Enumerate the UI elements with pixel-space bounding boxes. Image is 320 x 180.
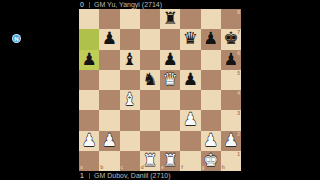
square-g2[interactable]: ♟: [201, 131, 221, 151]
square-g3[interactable]: [201, 110, 221, 130]
square-b4[interactable]: [99, 90, 119, 110]
square-g5[interactable]: [201, 70, 221, 90]
square-f6[interactable]: [180, 50, 200, 70]
square-h7[interactable]: 7♚: [221, 29, 241, 49]
square-e1[interactable]: e♜: [160, 151, 180, 171]
piece-white-pawn-a2[interactable]: ♟: [82, 132, 97, 149]
piece-black-king-h7[interactable]: ♚: [223, 30, 238, 47]
coord-file-f: f: [181, 165, 183, 170]
square-e5[interactable]: ♛: [160, 70, 180, 90]
square-e6[interactable]: ♟: [160, 50, 180, 70]
square-h6[interactable]: 6♟: [221, 50, 241, 70]
square-c5[interactable]: [120, 70, 140, 90]
square-c1[interactable]: c: [120, 151, 140, 171]
piece-white-rook-d1[interactable]: ♜: [142, 152, 157, 169]
square-f2[interactable]: [180, 131, 200, 151]
piece-black-pawn-b7[interactable]: ♟: [102, 30, 117, 47]
square-g8[interactable]: [201, 9, 221, 29]
square-e7[interactable]: [160, 29, 180, 49]
piece-white-pawn-h2[interactable]: ♟: [223, 132, 238, 149]
square-d6[interactable]: [140, 50, 160, 70]
header-divider: [89, 2, 90, 8]
square-g1[interactable]: g♚: [201, 151, 221, 171]
piece-black-pawn-e6[interactable]: ♟: [163, 51, 178, 68]
square-f8[interactable]: [180, 9, 200, 29]
square-f1[interactable]: f: [180, 151, 200, 171]
piece-white-rook-e1[interactable]: ♜: [163, 152, 178, 169]
coord-file-h: h: [222, 165, 225, 170]
coord-rank-1: 1: [237, 152, 240, 157]
square-c4[interactable]: ♝: [120, 90, 140, 110]
coord-rank-3: 3: [237, 111, 240, 116]
square-e4[interactable]: [160, 90, 180, 110]
top-player-score: 0: [79, 0, 85, 9]
bottom-player-name: GM Dubov, Daniil (2710): [94, 171, 171, 180]
piece-black-queen-f7[interactable]: ♛: [183, 30, 198, 47]
square-h8[interactable]: 8: [221, 9, 241, 29]
app-screen: 0 GM Yu, Yangyi (2714) ♜8♟♛♟7♚♟♝♟6♟♞♛♟5♝…: [0, 0, 320, 180]
square-c6[interactable]: ♝: [120, 50, 140, 70]
square-a1[interactable]: a: [79, 151, 99, 171]
piece-white-bishop-c4[interactable]: ♝: [122, 91, 137, 108]
bottom-player-bar: 1 GM Dubov, Daniil (2710): [79, 171, 259, 180]
piece-white-queen-e5[interactable]: ♛: [163, 71, 178, 88]
square-b8[interactable]: [99, 9, 119, 29]
square-g4[interactable]: [201, 90, 221, 110]
piece-black-pawn-h6[interactable]: ♟: [223, 51, 238, 68]
square-d4[interactable]: [140, 90, 160, 110]
square-a2[interactable]: ♟: [79, 131, 99, 151]
square-c8[interactable]: [120, 9, 140, 29]
square-h5[interactable]: 5: [221, 70, 241, 90]
square-d2[interactable]: [140, 131, 160, 151]
square-h2[interactable]: 2♟: [221, 131, 241, 151]
square-e3[interactable]: [160, 110, 180, 130]
square-c3[interactable]: [120, 110, 140, 130]
piece-black-pawn-a6[interactable]: ♟: [82, 51, 97, 68]
coord-file-b: b: [100, 165, 103, 170]
square-a8[interactable]: [79, 9, 99, 29]
square-h3[interactable]: 3: [221, 110, 241, 130]
square-a6[interactable]: ♟: [79, 50, 99, 70]
square-a3[interactable]: [79, 110, 99, 130]
square-g6[interactable]: [201, 50, 221, 70]
square-b7[interactable]: ♟: [99, 29, 119, 49]
chess-board[interactable]: ♜8♟♛♟7♚♟♝♟6♟♞♛♟5♝4♟3♟♟♟2♟abcd♜e♜fg♚1h: [79, 9, 241, 171]
piece-white-pawn-f3[interactable]: ♟: [183, 111, 198, 128]
piece-black-pawn-f5[interactable]: ♟: [183, 71, 198, 88]
square-g7[interactable]: ♟: [201, 29, 221, 49]
piece-white-pawn-g2[interactable]: ♟: [203, 132, 218, 149]
square-a5[interactable]: [79, 70, 99, 90]
coord-rank-5: 5: [237, 71, 240, 76]
square-c7[interactable]: [120, 29, 140, 49]
piece-black-knight-d5[interactable]: ♞: [142, 71, 157, 88]
square-b5[interactable]: [99, 70, 119, 90]
square-f5[interactable]: ♟: [180, 70, 200, 90]
coord-rank-4: 4: [237, 91, 240, 96]
square-h4[interactable]: 4: [221, 90, 241, 110]
square-b2[interactable]: ♟: [99, 131, 119, 151]
coord-file-a: a: [80, 165, 83, 170]
square-b3[interactable]: [99, 110, 119, 130]
square-b1[interactable]: b: [99, 151, 119, 171]
square-c2[interactable]: [120, 131, 140, 151]
bottom-player-score: 1: [79, 171, 85, 180]
square-d3[interactable]: [140, 110, 160, 130]
square-f4[interactable]: [180, 90, 200, 110]
piece-white-pawn-b2[interactable]: ♟: [102, 132, 117, 149]
square-d8[interactable]: [140, 9, 160, 29]
square-d7[interactable]: [140, 29, 160, 49]
coord-file-c: c: [121, 165, 124, 170]
square-f3[interactable]: ♟: [180, 110, 200, 130]
square-a7[interactable]: [79, 29, 99, 49]
square-e8[interactable]: ♜: [160, 9, 180, 29]
square-a4[interactable]: [79, 90, 99, 110]
square-b6[interactable]: [99, 50, 119, 70]
piece-black-bishop-c6[interactable]: ♝: [122, 51, 137, 68]
piece-white-king-g1[interactable]: ♚: [203, 152, 218, 169]
piece-black-rook-e8[interactable]: ♜: [163, 10, 178, 27]
square-f7[interactable]: ♛: [180, 29, 200, 49]
coord-rank-8: 8: [237, 10, 240, 15]
footer-divider: [89, 173, 90, 179]
piece-black-pawn-g7[interactable]: ♟: [203, 30, 218, 47]
square-h1[interactable]: 1h: [221, 151, 241, 171]
square-d1[interactable]: d♜: [140, 151, 160, 171]
top-player-name: GM Yu, Yangyi (2714): [94, 0, 162, 9]
move-annotation-badge: N: [12, 34, 21, 43]
square-e2[interactable]: [160, 131, 180, 151]
square-d5[interactable]: ♞: [140, 70, 160, 90]
